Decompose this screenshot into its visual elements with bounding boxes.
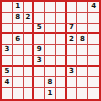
cell-r9c1[interactable] (2, 88, 13, 99)
cell-r2c4[interactable] (34, 13, 45, 24)
cell-r7c9[interactable] (88, 67, 99, 78)
cell-r5c2[interactable] (13, 45, 24, 56)
cell-r7c2[interactable] (13, 67, 24, 78)
cell-r5c3[interactable] (24, 45, 35, 56)
cell-r9c6[interactable] (56, 88, 67, 99)
cell-r6c8[interactable] (77, 56, 88, 67)
cell-r4c1[interactable] (2, 34, 13, 45)
cell-r8c4[interactable] (34, 77, 45, 88)
cell-r9c3[interactable] (24, 88, 35, 99)
cell-r1c6[interactable] (56, 2, 67, 13)
cell-r1c8[interactable] (77, 2, 88, 13)
cell-r2c9[interactable] (88, 13, 99, 24)
cell-r9c2[interactable] (13, 88, 24, 99)
cell-r9c7[interactable] (67, 88, 78, 99)
cell-r3c9[interactable] (88, 24, 99, 35)
cell-r2c3: 2 (24, 13, 35, 24)
cell-r2c7[interactable] (67, 13, 78, 24)
cell-r1c9: 4 (88, 2, 99, 13)
cell-r8c7[interactable] (67, 77, 78, 88)
cell-r5c1: 3 (2, 45, 13, 56)
cell-r2c6[interactable] (56, 13, 67, 24)
cell-r7c3[interactable] (24, 67, 35, 78)
cell-r5c6[interactable] (56, 45, 67, 56)
cell-r6c1[interactable] (2, 56, 13, 67)
cell-r5c9[interactable] (88, 45, 99, 56)
cell-r9c9[interactable] (88, 88, 99, 99)
cell-r4c7: 2 (67, 34, 78, 45)
cell-r3c3[interactable] (24, 24, 35, 35)
cell-r7c5[interactable] (45, 67, 56, 78)
cell-r2c5[interactable] (45, 13, 56, 24)
cell-r5c5[interactable] (45, 45, 56, 56)
cell-r7c4[interactable] (34, 67, 45, 78)
cell-r6c6[interactable] (56, 56, 67, 67)
cell-r8c5: 8 (45, 77, 56, 88)
cell-r4c2: 6 (13, 34, 24, 45)
cell-r2c8[interactable] (77, 13, 88, 24)
cell-r4c3[interactable] (24, 34, 35, 45)
cell-r3c4: 5 (34, 24, 45, 35)
cell-r7c6[interactable] (56, 67, 67, 78)
cell-r3c2[interactable] (13, 24, 24, 35)
cell-r6c5[interactable] (45, 56, 56, 67)
cell-r8c1: 4 (2, 77, 13, 88)
cell-r3c8[interactable] (77, 24, 88, 35)
cell-r9c5: 1 (45, 88, 56, 99)
cell-r8c9[interactable] (88, 77, 99, 88)
cell-r6c9[interactable] (88, 56, 99, 67)
cell-r7c1: 5 (2, 67, 13, 78)
cell-r6c7[interactable] (67, 56, 78, 67)
cell-r6c2[interactable] (13, 56, 24, 67)
cell-r4c6[interactable] (56, 34, 67, 45)
cell-r9c4[interactable] (34, 88, 45, 99)
cell-r3c5[interactable] (45, 24, 56, 35)
cell-r1c1[interactable] (2, 2, 13, 13)
cell-r5c7[interactable] (67, 45, 78, 56)
cell-r4c5[interactable] (45, 34, 56, 45)
cell-r1c2: 1 (13, 2, 24, 13)
cell-r6c4: 3 (34, 56, 45, 67)
cell-r3c6[interactable] (56, 24, 67, 35)
cell-r1c5[interactable] (45, 2, 56, 13)
cell-r1c4[interactable] (34, 2, 45, 13)
cell-r5c4: 9 (34, 45, 45, 56)
cell-r2c2: 8 (13, 13, 24, 24)
cell-r9c8[interactable] (77, 88, 88, 99)
cell-r8c3[interactable] (24, 77, 35, 88)
cell-r8c8[interactable] (77, 77, 88, 88)
cell-r1c3[interactable] (24, 2, 35, 13)
cell-r2c1[interactable] (2, 13, 13, 24)
sudoku-board: 14825762839353481 (0, 0, 101, 101)
cell-r4c9[interactable] (88, 34, 99, 45)
cell-r3c7: 7 (67, 24, 78, 35)
cell-r3c1[interactable] (2, 24, 13, 35)
cell-r5c8[interactable] (77, 45, 88, 56)
cell-r8c6[interactable] (56, 77, 67, 88)
cell-r8c2[interactable] (13, 77, 24, 88)
cell-r6c3[interactable] (24, 56, 35, 67)
cell-r4c8: 8 (77, 34, 88, 45)
cell-r7c7: 3 (67, 67, 78, 78)
cell-r1c7[interactable] (67, 2, 78, 13)
cell-r4c4[interactable] (34, 34, 45, 45)
cell-r7c8[interactable] (77, 67, 88, 78)
